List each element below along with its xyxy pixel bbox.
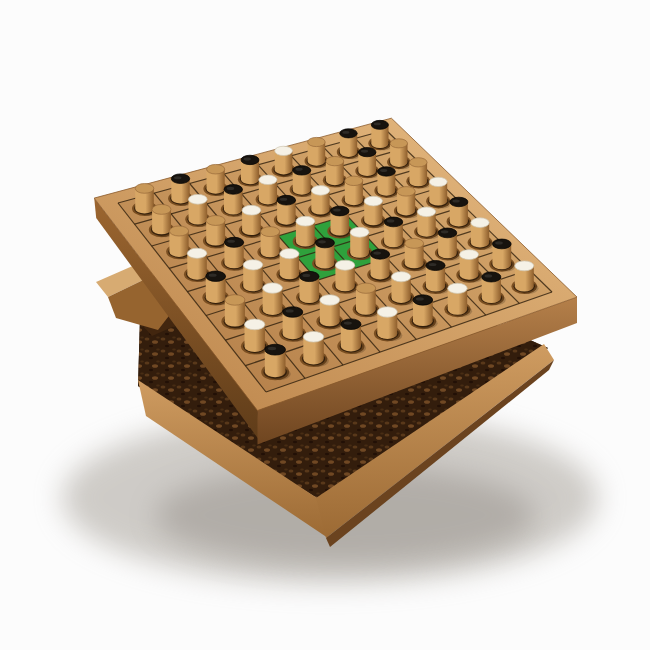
peg-top-white xyxy=(243,260,263,270)
peg-top-natural xyxy=(356,283,376,293)
peg-top-highlight xyxy=(380,169,387,172)
peg-top-highlight xyxy=(268,347,276,350)
peg-top-white xyxy=(296,216,315,226)
peg-top-white xyxy=(263,283,283,293)
peg-top-white xyxy=(364,196,382,206)
peg-top-white xyxy=(259,175,277,185)
peg-top-highlight xyxy=(452,199,459,202)
peg-top-black xyxy=(315,238,334,248)
peg-top-black xyxy=(377,167,395,176)
othello-board-photo xyxy=(0,0,650,650)
peg-top-black xyxy=(277,195,296,205)
peg-top-black xyxy=(265,344,286,355)
peg-top-black xyxy=(206,271,226,281)
peg-top-white xyxy=(303,331,323,342)
peg-top-natural xyxy=(409,158,427,167)
peg-top-white xyxy=(187,248,206,258)
peg-top-highlight xyxy=(174,176,181,179)
peg-top-highlight xyxy=(485,274,493,277)
peg-top-white xyxy=(350,227,369,237)
peg-top-black xyxy=(283,307,303,318)
peg-top-black xyxy=(330,206,349,216)
peg-top-highlight xyxy=(227,187,234,190)
peg-top-highlight xyxy=(209,274,217,277)
peg-top-black xyxy=(293,166,311,175)
peg-top-natural xyxy=(206,216,225,226)
peg-top-natural xyxy=(152,204,171,214)
peg-top-highlight xyxy=(374,122,381,125)
peg-top-highlight xyxy=(342,131,349,134)
peg-top-white xyxy=(244,319,264,330)
peg-top-highlight xyxy=(429,263,437,266)
peg-top-black xyxy=(371,120,388,129)
peg-top-white xyxy=(320,295,340,305)
peg-top-black xyxy=(341,319,361,330)
peg-top-white xyxy=(417,207,435,217)
peg-top-black xyxy=(224,237,243,247)
peg-top-black xyxy=(426,261,445,271)
peg-top-highlight xyxy=(244,157,251,160)
peg-top-highlight xyxy=(227,240,235,243)
peg-top-black xyxy=(384,217,403,227)
peg-top-natural xyxy=(345,176,363,185)
peg-top-highlight xyxy=(318,240,326,243)
peg-top-highlight xyxy=(361,150,368,153)
peg-top-natural xyxy=(207,164,225,174)
peg-top-black xyxy=(450,197,468,207)
peg-top-white xyxy=(377,307,397,317)
peg-top-black xyxy=(340,129,357,138)
peg-top-natural xyxy=(261,227,280,237)
peg-top-black xyxy=(299,271,319,281)
peg-top-white xyxy=(242,205,261,215)
peg-top-natural xyxy=(326,156,344,165)
peg-top-natural xyxy=(390,139,407,148)
peg-top-white xyxy=(188,194,207,204)
peg-top-highlight xyxy=(441,230,448,233)
peg-top-natural xyxy=(225,295,245,306)
peg-top-highlight xyxy=(286,309,294,312)
peg-top-highlight xyxy=(495,241,502,244)
peg-top-natural xyxy=(397,187,415,196)
peg-top-highlight xyxy=(295,168,302,171)
peg-top-natural xyxy=(405,238,424,248)
peg-top-white xyxy=(280,249,299,259)
peg-top-white xyxy=(515,261,534,271)
peg-top-white xyxy=(429,177,447,186)
peg-top-white xyxy=(311,186,329,196)
peg-top-highlight xyxy=(387,219,394,222)
peg-top-natural xyxy=(169,226,188,236)
peg-top-white xyxy=(275,146,293,155)
peg-top-black xyxy=(438,228,457,238)
peg-top-black xyxy=(358,148,376,157)
peg-top-white xyxy=(448,283,467,293)
peg-top-highlight xyxy=(302,274,310,277)
peg-top-white xyxy=(460,250,479,260)
peg-top-black xyxy=(171,174,189,184)
peg-top-highlight xyxy=(333,208,340,211)
peg-top-highlight xyxy=(344,321,352,324)
peg-top-natural xyxy=(135,184,154,194)
peg-top-highlight xyxy=(373,252,381,255)
peg-top-white xyxy=(335,260,354,270)
peg-top-natural xyxy=(308,137,326,146)
product-photo-scene xyxy=(0,0,650,650)
peg-top-black xyxy=(224,185,242,195)
peg-top-black xyxy=(370,249,389,259)
peg-top-black xyxy=(241,155,259,164)
peg-top-highlight xyxy=(416,297,424,300)
peg-top-highlight xyxy=(280,198,287,201)
peg-top-black xyxy=(492,239,511,249)
peg-top-black xyxy=(413,295,433,305)
peg-top-white xyxy=(391,272,410,282)
peg-top-black xyxy=(482,272,501,282)
peg-top-white xyxy=(471,218,489,228)
